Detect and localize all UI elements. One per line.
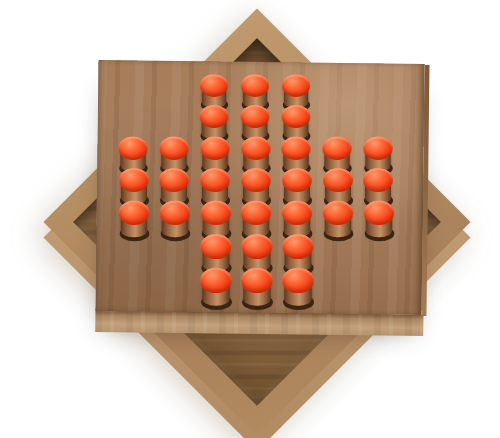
peg-red-cap: [282, 168, 312, 192]
peg-red-cap: [200, 267, 232, 292]
peg-red-cap: [241, 234, 272, 259]
peg-solitaire-product-photo: [0, 0, 500, 438]
peg-red-cap: [282, 267, 314, 292]
peg-red-cap: [241, 168, 271, 192]
peg-red-cap: [241, 267, 273, 292]
peg-red-cap: [363, 136, 392, 160]
peg-red-cap: [200, 201, 231, 225]
peg-red-cap: [363, 201, 394, 225]
peg-red-cap: [282, 136, 311, 160]
peg-red-cap: [159, 136, 188, 160]
peg-red-cap: [281, 74, 309, 97]
peg-red-cap: [119, 168, 149, 192]
peg-r5c2[interactable]: [158, 201, 191, 246]
peg-red-cap: [118, 136, 147, 160]
peg-red-cap: [241, 136, 270, 160]
peg-red-cap: [119, 201, 150, 225]
peg-red-cap: [241, 74, 269, 97]
peg-red-cap: [363, 168, 393, 192]
peg-red-cap: [322, 136, 351, 160]
peg-red-cap: [200, 234, 231, 259]
peg-red-cap: [323, 168, 353, 192]
peg-red-cap: [323, 201, 354, 225]
peg-red-cap: [159, 201, 190, 225]
peg-red-cap: [241, 105, 270, 128]
peg-r7c3[interactable]: [199, 267, 233, 314]
peg-red-cap: [282, 201, 313, 225]
peg-r7c5[interactable]: [281, 267, 315, 314]
peg-red-cap: [159, 168, 189, 192]
peg-red-cap: [282, 234, 313, 259]
peg-layer: [0, 0, 500, 438]
peg-red-cap: [281, 105, 310, 128]
peg-r5c1[interactable]: [118, 201, 151, 246]
peg-red-cap: [200, 168, 230, 192]
peg-red-cap: [200, 74, 228, 97]
peg-red-cap: [200, 136, 229, 160]
peg-r5c6[interactable]: [322, 201, 355, 246]
peg-r7c4[interactable]: [240, 267, 274, 314]
peg-r5c7[interactable]: [362, 201, 395, 246]
